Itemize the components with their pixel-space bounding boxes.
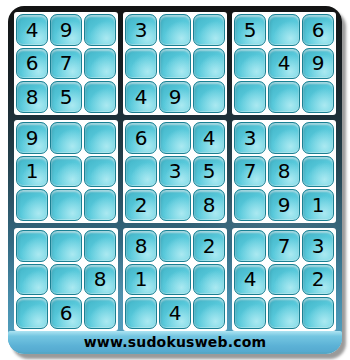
box-r3c1: 86 [14,228,118,331]
cell-r4c5[interactable] [159,122,191,154]
cell-r9c1[interactable] [16,297,48,329]
cell-r3c9[interactable] [302,81,334,113]
page: 496785349564991643528378918682147342 www… [0,0,350,360]
cell-r2c4[interactable] [125,48,157,80]
cell-r3c7[interactable] [234,81,266,113]
cell-r2c6[interactable] [193,48,225,80]
cell-r5c7[interactable]: 7 [234,156,266,188]
cell-r1c9[interactable]: 6 [302,14,334,46]
cell-r4c2[interactable] [50,122,82,154]
cell-r6c8[interactable]: 9 [268,189,300,221]
cell-r2c7[interactable] [234,48,266,80]
cell-r2c3[interactable] [84,48,116,80]
cell-r7c2[interactable] [50,230,82,262]
box-r2c2: 643528 [123,120,227,223]
footer-band: www.sudokusweb.com [8,331,342,352]
cell-r3c6[interactable] [193,81,225,113]
cell-r6c1[interactable] [16,189,48,221]
box-r3c3: 7342 [232,228,336,331]
cell-r4c7[interactable]: 3 [234,122,266,154]
cell-r4c3[interactable] [84,122,116,154]
box-r1c1: 496785 [14,12,118,115]
cell-r7c3[interactable] [84,230,116,262]
cell-r6c7[interactable] [234,189,266,221]
cell-r7c9[interactable]: 3 [302,230,334,262]
cell-r3c5[interactable]: 9 [159,81,191,113]
cell-r9c9[interactable] [302,297,334,329]
cell-r8c1[interactable] [16,264,48,296]
cell-r7c5[interactable] [159,230,191,262]
cell-r6c3[interactable] [84,189,116,221]
cell-r7c8[interactable]: 7 [268,230,300,262]
cell-r5c6[interactable]: 5 [193,156,225,188]
cell-r8c7[interactable]: 4 [234,264,266,296]
cell-r4c1[interactable]: 9 [16,122,48,154]
cell-r1c2[interactable]: 9 [50,14,82,46]
cell-r7c7[interactable] [234,230,266,262]
cell-r3c1[interactable]: 8 [16,81,48,113]
cell-r4c8[interactable] [268,122,300,154]
cell-r3c8[interactable] [268,81,300,113]
cell-r8c2[interactable] [50,264,82,296]
cell-r3c2[interactable]: 5 [50,81,82,113]
cell-r6c2[interactable] [50,189,82,221]
cell-r4c4[interactable]: 6 [125,122,157,154]
cell-r1c3[interactable] [84,14,116,46]
cell-r4c9[interactable] [302,122,334,154]
cell-r6c9[interactable]: 1 [302,189,334,221]
cell-r9c8[interactable] [268,297,300,329]
cell-r9c7[interactable] [234,297,266,329]
cell-r9c5[interactable]: 4 [159,297,191,329]
cell-r5c9[interactable] [302,156,334,188]
cell-r6c5[interactable] [159,189,191,221]
cell-r3c4[interactable]: 4 [125,81,157,113]
cell-r9c3[interactable] [84,297,116,329]
cell-r1c7[interactable]: 5 [234,14,266,46]
cell-r7c1[interactable] [16,230,48,262]
cell-r1c6[interactable] [193,14,225,46]
cell-r8c5[interactable] [159,264,191,296]
cell-r2c5[interactable] [159,48,191,80]
cell-r2c8[interactable]: 4 [268,48,300,80]
cell-r3c3[interactable] [84,81,116,113]
sudoku-boxes: 496785349564991643528378918682147342 [14,12,336,331]
cell-r2c2[interactable]: 7 [50,48,82,80]
cell-r1c1[interactable]: 4 [16,14,48,46]
cell-r4c6[interactable]: 4 [193,122,225,154]
box-r1c3: 5649 [232,12,336,115]
box-r2c3: 37891 [232,120,336,223]
cell-r9c6[interactable] [193,297,225,329]
cell-r8c4[interactable]: 1 [125,264,157,296]
site-url: www.sudokusweb.com [84,334,267,350]
cell-r2c9[interactable]: 9 [302,48,334,80]
cell-r5c3[interactable] [84,156,116,188]
sudoku-board: 496785349564991643528378918682147342 www… [8,6,342,354]
cell-r7c6[interactable]: 2 [193,230,225,262]
box-r3c2: 8214 [123,228,227,331]
cell-r6c4[interactable]: 2 [125,189,157,221]
cell-r1c4[interactable]: 3 [125,14,157,46]
cell-r5c1[interactable]: 1 [16,156,48,188]
cell-r8c6[interactable] [193,264,225,296]
cell-r1c5[interactable] [159,14,191,46]
cell-r9c4[interactable] [125,297,157,329]
cell-r6c6[interactable]: 8 [193,189,225,221]
cell-r2c1[interactable]: 6 [16,48,48,80]
cell-r8c8[interactable] [268,264,300,296]
cell-r9c2[interactable]: 6 [50,297,82,329]
box-r1c2: 349 [123,12,227,115]
cell-r1c8[interactable] [268,14,300,46]
cell-r8c3[interactable]: 8 [84,264,116,296]
box-r2c1: 91 [14,120,118,223]
cell-r5c5[interactable]: 3 [159,156,191,188]
cell-r8c9[interactable]: 2 [302,264,334,296]
cell-r5c4[interactable] [125,156,157,188]
cell-r5c8[interactable]: 8 [268,156,300,188]
cell-r7c4[interactable]: 8 [125,230,157,262]
cell-r5c2[interactable] [50,156,82,188]
